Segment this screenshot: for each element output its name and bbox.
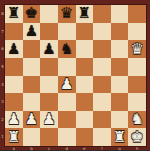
square-c2[interactable]: ♟: [40, 111, 58, 129]
square-a1[interactable]: ♜: [5, 128, 23, 146]
square-a2[interactable]: ♟: [5, 111, 23, 129]
rank-label-5: 5: [0, 58, 5, 76]
file-label-b: b: [23, 146, 41, 151]
square-b7[interactable]: ♟: [23, 23, 41, 41]
file-label-d: d: [58, 146, 76, 151]
square-f1[interactable]: [93, 128, 111, 146]
white-queen-piece[interactable]: ♛: [128, 40, 146, 58]
square-d1[interactable]: [58, 128, 76, 146]
square-h6[interactable]: ♛: [128, 40, 146, 58]
square-e8[interactable]: ♜: [76, 5, 94, 23]
square-c8[interactable]: [40, 5, 58, 23]
square-d3[interactable]: [58, 93, 76, 111]
rank-label-7: 7: [0, 23, 5, 41]
square-h1[interactable]: ♚: [128, 128, 146, 146]
rank-label-6: 6: [0, 40, 5, 58]
square-e5[interactable]: [76, 58, 94, 76]
square-b4[interactable]: [23, 76, 41, 94]
black-rook-piece[interactable]: ♜: [5, 5, 23, 23]
black-queen-piece[interactable]: ♛: [58, 5, 76, 23]
black-pawn-piece[interactable]: ♟: [23, 23, 41, 41]
file-label-e: e: [76, 146, 94, 151]
square-f4[interactable]: [93, 76, 111, 94]
square-c4[interactable]: [40, 76, 58, 94]
square-e6[interactable]: [76, 40, 94, 58]
black-rook-piece[interactable]: ♜: [76, 5, 94, 23]
square-g4[interactable]: [111, 76, 129, 94]
file-label-f: f: [93, 146, 111, 151]
rank-label-3: 3: [0, 93, 5, 111]
square-c1[interactable]: [40, 128, 58, 146]
square-f2[interactable]: [93, 111, 111, 129]
square-c3[interactable]: [40, 93, 58, 111]
square-d8[interactable]: ♛: [58, 5, 76, 23]
square-h4[interactable]: [128, 76, 146, 94]
square-a5[interactable]: [5, 58, 23, 76]
rank-label-1: 1: [0, 128, 5, 146]
square-d2[interactable]: [58, 111, 76, 129]
square-e4[interactable]: [76, 76, 94, 94]
square-d4[interactable]: ♟: [58, 76, 76, 94]
square-b3[interactable]: [23, 93, 41, 111]
square-g3[interactable]: [111, 93, 129, 111]
square-c7[interactable]: [40, 23, 58, 41]
black-pawn-piece[interactable]: ♟: [40, 40, 58, 58]
square-g5[interactable]: [111, 58, 129, 76]
square-e1[interactable]: [76, 128, 94, 146]
white-king-piece[interactable]: ♚: [128, 128, 146, 146]
white-knight-piece[interactable]: ♞: [128, 111, 146, 129]
white-pawn-piece[interactable]: ♟: [5, 111, 23, 129]
square-b1[interactable]: [23, 128, 41, 146]
square-a3[interactable]: [5, 93, 23, 111]
square-h5[interactable]: [128, 58, 146, 76]
square-h7[interactable]: [128, 23, 146, 41]
square-g8[interactable]: [111, 5, 129, 23]
square-c5[interactable]: [40, 58, 58, 76]
white-rook-piece[interactable]: ♜: [5, 128, 23, 146]
square-g2[interactable]: [111, 111, 129, 129]
chess-board: ♜♚♛♜♟♟♟♞♛♟♟♟♟♞♜♜♚: [5, 5, 146, 146]
square-f5[interactable]: [93, 58, 111, 76]
file-label-h: h: [128, 146, 146, 151]
rank-label-8: 8: [0, 5, 5, 23]
square-e2[interactable]: [76, 111, 94, 129]
white-rook-piece[interactable]: ♜: [111, 128, 129, 146]
file-label-a: a: [5, 146, 23, 151]
square-a4[interactable]: [5, 76, 23, 94]
chess-board-frame: ♜♚♛♜♟♟♟♞♛♟♟♟♟♞♜♜♚ 87654321 abcdefgh: [0, 0, 150, 150]
square-a6[interactable]: ♟: [5, 40, 23, 58]
square-f8[interactable]: [93, 5, 111, 23]
square-h3[interactable]: [128, 93, 146, 111]
square-h2[interactable]: ♞: [128, 111, 146, 129]
square-d5[interactable]: [58, 58, 76, 76]
square-g7[interactable]: [111, 23, 129, 41]
white-pawn-piece[interactable]: ♟: [23, 111, 41, 129]
square-d7[interactable]: [58, 23, 76, 41]
black-king-piece[interactable]: ♚: [23, 5, 41, 23]
file-label-g: g: [111, 146, 129, 151]
square-e7[interactable]: [76, 23, 94, 41]
black-pawn-piece[interactable]: ♟: [5, 40, 23, 58]
square-f3[interactable]: [93, 93, 111, 111]
black-knight-piece[interactable]: ♞: [58, 40, 76, 58]
square-f6[interactable]: [93, 40, 111, 58]
rank-label-4: 4: [0, 76, 5, 94]
white-pawn-piece[interactable]: ♟: [40, 111, 58, 129]
square-g6[interactable]: [111, 40, 129, 58]
square-c6[interactable]: ♟: [40, 40, 58, 58]
square-g1[interactable]: ♜: [111, 128, 129, 146]
square-a7[interactable]: [5, 23, 23, 41]
rank-label-2: 2: [0, 111, 5, 129]
square-e3[interactable]: [76, 93, 94, 111]
square-d6[interactable]: ♞: [58, 40, 76, 58]
file-label-c: c: [40, 146, 58, 151]
square-h8[interactable]: [128, 5, 146, 23]
square-b8[interactable]: ♚: [23, 5, 41, 23]
square-b5[interactable]: [23, 58, 41, 76]
square-b2[interactable]: ♟: [23, 111, 41, 129]
square-b6[interactable]: [23, 40, 41, 58]
white-pawn-piece[interactable]: ♟: [58, 76, 76, 94]
square-a8[interactable]: ♜: [5, 5, 23, 23]
square-f7[interactable]: [93, 23, 111, 41]
